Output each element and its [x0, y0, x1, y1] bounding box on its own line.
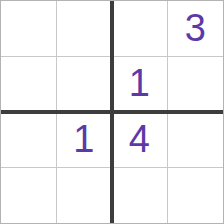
cell-r3c2[interactable]: 1 — [57, 112, 113, 168]
cell-r1c4[interactable]: 3 — [168, 1, 224, 57]
box-divider-horizontal — [1, 110, 223, 114]
cell-r3c3[interactable]: 4 — [112, 112, 168, 168]
sudoku-board: 3 1 1 4 — [0, 0, 224, 224]
cell-r2c3[interactable]: 1 — [112, 57, 168, 113]
cell-r4c2[interactable] — [57, 168, 113, 224]
cell-r2c1[interactable] — [1, 57, 57, 113]
cell-r1c3[interactable] — [112, 1, 168, 57]
cell-r2c2[interactable] — [57, 57, 113, 113]
cell-r3c4[interactable] — [168, 112, 224, 168]
cell-r1c2[interactable] — [57, 1, 113, 57]
cell-r4c1[interactable] — [1, 168, 57, 224]
cell-r4c3[interactable] — [112, 168, 168, 224]
cell-r1c1[interactable] — [1, 1, 57, 57]
cell-r4c4[interactable] — [168, 168, 224, 224]
cell-r2c4[interactable] — [168, 57, 224, 113]
cell-r3c1[interactable] — [1, 112, 57, 168]
